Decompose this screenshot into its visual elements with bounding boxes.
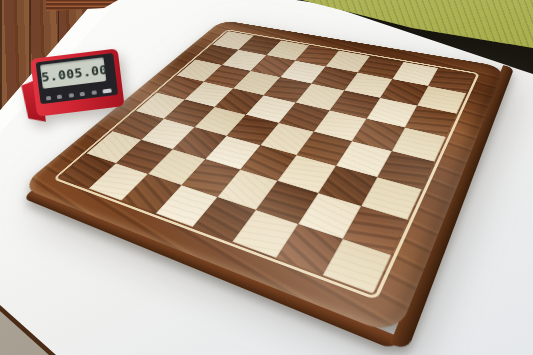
clock-button [46,96,51,100]
clock-body: 5.00 5.00 [30,48,124,116]
clock-bezel: 5.00 5.00 [36,53,119,104]
clock-button [57,95,62,99]
chess-clock: 5.00 5.00 [18,44,130,132]
clock-time-right: 5.00 [74,61,109,80]
scene-root: { "game": "chess", "position": "8/8/8/8/… [0,0,533,355]
clock-lcd: 5.00 5.00 [40,57,106,89]
clock-button [80,92,85,96]
clock-button [91,91,96,95]
clock-time-left: 5.00 [40,65,75,84]
clock-button [68,93,73,97]
clock-button-row [46,87,112,101]
clock-logo-mark [102,89,111,94]
